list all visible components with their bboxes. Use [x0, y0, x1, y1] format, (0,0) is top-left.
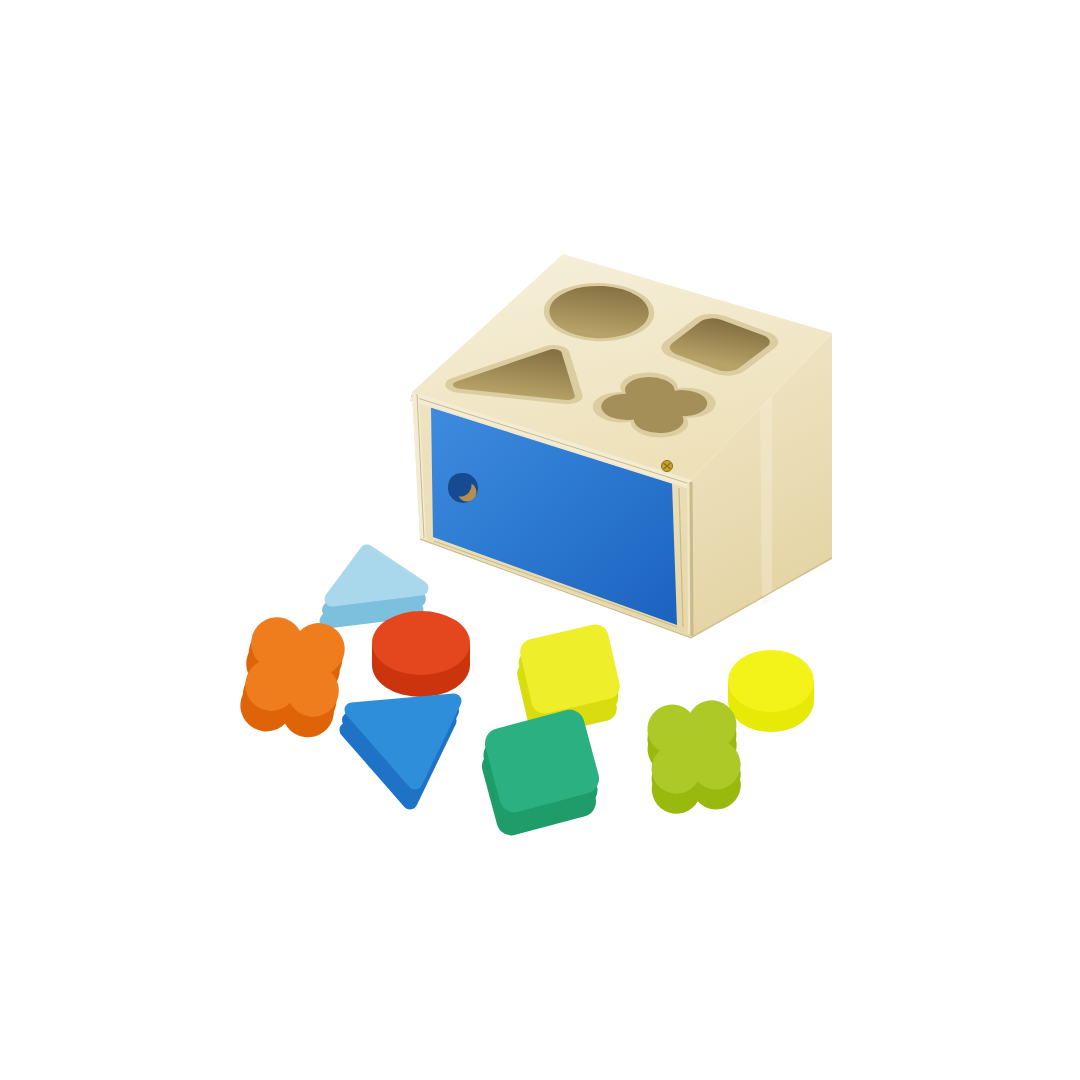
product-image: [0, 0, 1080, 1080]
ply-line: [688, 483, 689, 634]
lid-screw: [662, 461, 673, 472]
block-orange-clover[interactable]: [237, 614, 348, 741]
block-yellow-circle[interactable]: [728, 650, 814, 732]
block-lime-clover[interactable]: [643, 698, 745, 816]
wood-grain: [760, 393, 772, 606]
drawer-finger-hole[interactable]: [448, 473, 478, 503]
front-right-corner-edge: [691, 482, 692, 636]
block-red-circle[interactable]: [372, 611, 470, 697]
